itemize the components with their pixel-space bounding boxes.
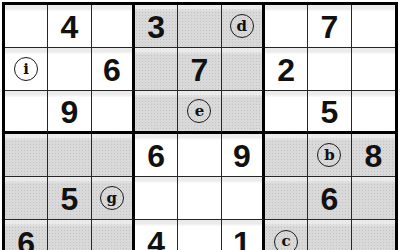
cell-r4c2[interactable] [48,134,91,177]
cell-r5c1[interactable] [5,177,48,220]
given-digit: 5 [321,96,339,128]
cell-r3c1[interactable] [5,91,48,134]
given-digit: 8 [364,140,382,172]
cell-r1c9[interactable] [352,5,395,48]
cell-r2c2[interactable] [48,48,91,91]
given-digit: 6 [17,227,35,250]
given-digit: 5 [61,183,79,215]
given-digit: 6 [147,140,165,172]
cell-r1c8[interactable]: 7 [308,5,351,48]
cell-r3c5[interactable]: e [178,91,221,134]
cell-r6c7[interactable]: c [265,220,308,250]
given-digit: 4 [61,11,79,43]
given-digit: 2 [277,54,295,86]
cell-r4c7[interactable] [265,134,308,177]
cell-r2c7[interactable]: 2 [265,48,308,91]
cell-r1c3[interactable] [92,5,135,48]
cell-r6c8[interactable] [308,220,351,250]
cell-r1c5[interactable] [178,5,221,48]
cell-r5c6[interactable] [222,177,265,220]
cell-r6c4[interactable]: 4 [135,220,178,250]
circled-letter-d: d [230,14,254,38]
cell-r6c3[interactable] [92,220,135,250]
cell-r3c8[interactable]: 5 [308,91,351,134]
cell-r6c5[interactable] [178,220,221,250]
cell-r4c9[interactable]: 8 [352,134,395,177]
circled-letter-i: i [14,57,38,81]
cell-r3c9[interactable] [352,91,395,134]
cell-r2c1[interactable]: i [5,48,48,91]
given-digit: 7 [191,54,209,86]
cell-r1c1[interactable] [5,5,48,48]
cell-r1c2[interactable]: 4 [48,5,91,48]
given-digit: 6 [103,54,121,86]
sudoku-board: 43d7i6729e569b85g6641c [2,2,398,250]
cell-r3c2[interactable]: 9 [48,91,91,134]
cell-r3c3[interactable] [92,91,135,134]
cell-r5c5[interactable] [178,177,221,220]
cell-r5c2[interactable]: 5 [48,177,91,220]
cell-r6c6[interactable]: 1 [222,220,265,250]
cell-r6c1[interactable]: 6 [5,220,48,250]
cell-r3c4[interactable] [135,91,178,134]
cell-r4c1[interactable] [5,134,48,177]
cell-r2c4[interactable] [135,48,178,91]
cell-r1c6[interactable]: d [222,5,265,48]
cell-r6c2[interactable] [48,220,91,250]
cell-r5c7[interactable] [265,177,308,220]
given-digit: 7 [321,11,339,43]
cell-r4c4[interactable]: 6 [135,134,178,177]
cell-r5c8[interactable]: 6 [308,177,351,220]
circled-letter-c: c [274,230,298,250]
cell-r3c7[interactable] [265,91,308,134]
given-digit: 1 [233,227,251,250]
cell-r1c4[interactable]: 3 [135,5,178,48]
given-digit: 9 [233,140,251,172]
cell-r2c5[interactable]: 7 [178,48,221,91]
cell-r4c8[interactable]: b [308,134,351,177]
cell-r2c6[interactable] [222,48,265,91]
cell-r4c6[interactable]: 9 [222,134,265,177]
cell-r6c9[interactable] [352,220,395,250]
given-digit: 6 [321,183,339,215]
given-digit: 4 [147,227,165,250]
cell-r5c3[interactable]: g [92,177,135,220]
sudoku-puzzle: 43d7i6729e569b85g6641c [0,0,400,250]
cell-r1c7[interactable] [265,5,308,48]
cell-r5c9[interactable] [352,177,395,220]
circled-letter-e: e [187,99,211,123]
circled-letter-g: g [100,186,124,210]
circled-letter-b: b [317,143,341,167]
cell-r4c5[interactable] [178,134,221,177]
cell-r2c3[interactable]: 6 [92,48,135,91]
given-digit: 3 [147,11,165,43]
given-digit: 9 [61,96,79,128]
cell-r5c4[interactable] [135,177,178,220]
cell-r4c3[interactable] [92,134,135,177]
cell-r2c9[interactable] [352,48,395,91]
cell-r3c6[interactable] [222,91,265,134]
cell-r2c8[interactable] [308,48,351,91]
